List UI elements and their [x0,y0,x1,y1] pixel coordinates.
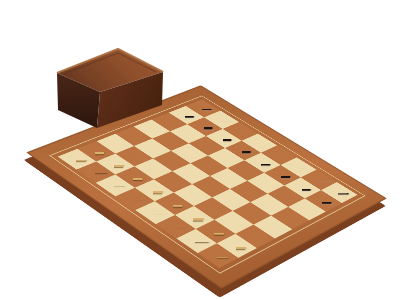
chess-set-product-photo: ♜♞♝♛♚♝♞♜♟♟♟♟♟♟♟♟♟♟♟♟♟♟♟♟♜♞♝♛♚♝♞♜ [0,0,400,300]
storage-box [50,44,170,136]
square-g5 [250,194,288,216]
square-h6 [288,198,326,220]
square-h4 [254,216,293,239]
square-h5 [271,207,309,229]
